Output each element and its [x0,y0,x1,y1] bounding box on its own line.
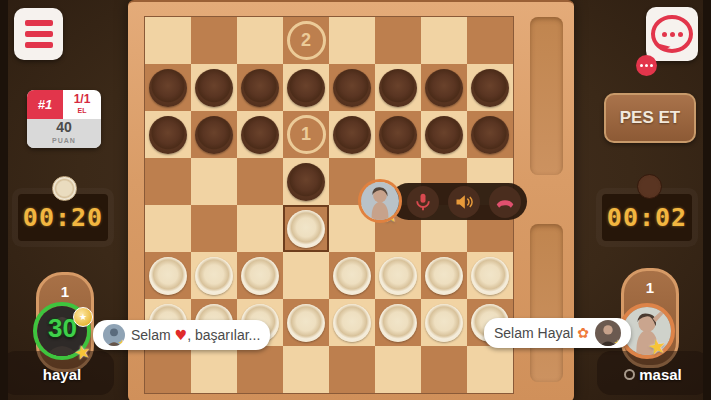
dark-piece[interactable] [333,116,371,154]
board-square[interactable] [421,252,467,299]
board-square[interactable] [329,346,375,393]
board-square[interactable] [191,205,237,252]
board-square[interactable] [145,17,191,64]
board-square[interactable] [467,64,513,111]
board-square[interactable] [283,346,329,393]
board-square[interactable] [375,17,421,64]
captured-tray-bottom [530,224,563,382]
hangup-icon [495,192,515,212]
flower-icon: ✿ [577,325,589,341]
call-avatar[interactable] [358,179,402,223]
score-card: #1 1/1 EL 40 PUAN [27,90,101,148]
chat-left-star-icon: ★ [118,338,125,346]
board-square[interactable]: 2 [283,17,329,64]
board-square[interactable] [329,64,375,111]
left-timer-value: 00:20 [23,203,103,232]
captured-tray-top [530,17,563,175]
dark-piece[interactable] [379,116,417,154]
board-square[interactable] [375,64,421,111]
board-square[interactable] [191,158,237,205]
round-indicator: 1/1 EL [63,90,101,119]
dark-piece[interactable] [195,69,233,107]
round-value: 1/1 [74,94,91,105]
light-piece[interactable] [333,257,371,295]
board-square[interactable] [467,346,513,393]
board-square[interactable] [283,252,329,299]
light-piece[interactable] [333,304,371,342]
dark-piece[interactable] [241,116,279,154]
chat-message-left: ★ Selam ♥, başarılar... [93,320,270,350]
board-square[interactable] [421,64,467,111]
board-square[interactable] [237,64,283,111]
right-player-name: masal [597,366,709,383]
board-square[interactable] [191,252,237,299]
board-square[interactable] [421,299,467,346]
board-square[interactable] [421,346,467,393]
light-piece-icon [52,176,77,201]
hangup-button[interactable] [489,186,521,218]
board-square[interactable] [283,205,329,252]
chat-notification-badge[interactable] [636,55,657,76]
board-square[interactable] [145,111,191,158]
coin-badge-icon: ★ [73,307,93,327]
board-square[interactable] [467,111,513,158]
coin-star-icon: ★ [79,312,87,322]
rank-badge: #1 [27,90,63,119]
board-square[interactable] [145,158,191,205]
left-player-name: hayal [0,366,124,383]
dark-piece[interactable] [333,69,371,107]
speaker-button[interactable] [448,186,480,218]
light-piece[interactable] [195,257,233,295]
board-square[interactable] [329,111,375,158]
dark-piece[interactable] [195,116,233,154]
board-square[interactable] [191,346,237,393]
speaker-icon [454,192,474,212]
chat-button[interactable] [646,7,698,61]
chat-left-avatar: ★ [103,324,125,346]
board-square[interactable] [145,64,191,111]
chat-right-star-icon: ★ [614,338,621,346]
board-square[interactable] [329,299,375,346]
score-value: 40 [56,121,72,134]
board-square[interactable] [237,346,283,393]
left-player-name-text: hayal [43,366,81,383]
board-square[interactable] [283,299,329,346]
light-piece[interactable] [471,257,509,295]
dark-piece[interactable] [149,116,187,154]
board-square[interactable] [329,17,375,64]
board-square[interactable] [145,205,191,252]
board-square[interactable] [421,111,467,158]
game-screen: 21 #1 1/1 EL 40 PUAN 00:20 1 30 ★ ★ [0,0,711,400]
board-square[interactable] [283,158,329,205]
dark-piece[interactable] [425,69,463,107]
board-square[interactable] [191,64,237,111]
right-player-star-icon: ★ [646,334,669,361]
light-piece[interactable] [425,257,463,295]
dark-piece[interactable] [287,69,325,107]
board-square[interactable] [145,252,191,299]
board-square[interactable] [329,252,375,299]
dark-piece[interactable] [149,69,187,107]
board-square[interactable] [375,346,421,393]
move-marker: 2 [287,21,326,60]
dark-piece[interactable] [425,116,463,154]
board-square[interactable] [237,17,283,64]
heart-icon: ♥ [175,327,188,343]
board-square[interactable] [467,17,513,64]
board-square[interactable] [145,346,191,393]
move-marker: 1 [287,115,326,154]
light-piece[interactable] [379,257,417,295]
light-piece[interactable] [241,257,279,295]
surrender-button[interactable]: PES ET [604,93,696,143]
hamburger-icon [25,20,53,48]
dark-piece[interactable] [241,69,279,107]
score-value-box: 40 PUAN [27,119,101,148]
dark-piece[interactable] [379,69,417,107]
presence-dot-icon [624,369,635,380]
chat-message-right: Selam Hayal ✿ ★ [484,318,631,348]
board-square[interactable] [375,111,421,158]
board-square[interactable] [375,252,421,299]
board-square[interactable] [191,111,237,158]
light-piece[interactable] [379,304,417,342]
light-piece[interactable] [287,304,325,342]
dark-piece[interactable] [471,69,509,107]
board-square[interactable] [237,158,283,205]
board-square[interactable]: 1 [283,111,329,158]
round-unit: EL [78,105,87,116]
light-piece[interactable] [149,257,187,295]
light-piece[interactable] [425,304,463,342]
right-timer: 00:02 [602,194,692,241]
left-timer: 00:20 [18,194,108,241]
board-square[interactable] [237,252,283,299]
mic-button[interactable] [407,186,439,218]
chat-bubble-icon [651,15,693,53]
menu-button[interactable] [14,8,63,60]
right-player-name-text: masal [639,366,682,383]
board-square[interactable] [421,17,467,64]
score-unit: PUAN [52,134,76,147]
mic-icon [413,192,433,212]
dark-piece[interactable] [471,116,509,154]
dark-piece-icon [637,174,662,199]
board-square[interactable] [467,252,513,299]
board-square[interactable] [375,299,421,346]
board-square[interactable] [237,111,283,158]
board-square[interactable] [283,64,329,111]
light-piece[interactable] [287,210,325,248]
board-square[interactable] [237,205,283,252]
chat-right-text: Selam Hayal ✿ [494,325,589,341]
dark-piece[interactable] [287,163,325,201]
chat-left-text: Selam ♥, başarılar... [131,327,260,343]
right-timer-value: 00:02 [607,203,687,232]
chat-right-avatar: ★ [595,320,621,346]
board-square[interactable] [191,17,237,64]
